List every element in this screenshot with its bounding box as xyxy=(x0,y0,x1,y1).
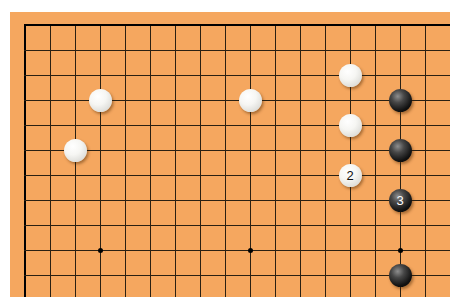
white-stone[interactable] xyxy=(239,89,262,112)
page-background: 23 xyxy=(0,0,450,300)
star-point xyxy=(98,248,103,253)
grid-line-vertical xyxy=(275,24,276,297)
grid-line-horizontal xyxy=(24,275,450,276)
white-stone[interactable] xyxy=(64,139,87,162)
stone-move-number: 3 xyxy=(396,194,403,207)
go-board[interactable]: 23 xyxy=(10,12,450,297)
grid-line-vertical xyxy=(150,24,151,297)
black-stone[interactable] xyxy=(389,264,412,287)
grid-line-vertical xyxy=(175,24,176,297)
white-stone[interactable] xyxy=(339,114,362,137)
grid-line-horizontal xyxy=(24,75,450,76)
grid-line-vertical xyxy=(200,24,201,297)
grid-line-vertical xyxy=(225,24,226,297)
grid-line-vertical xyxy=(125,24,126,297)
white-stone[interactable] xyxy=(339,64,362,87)
grid-line-horizontal xyxy=(24,250,450,251)
grid-line-horizontal xyxy=(24,200,450,201)
white-stone[interactable] xyxy=(89,89,112,112)
board-edge-line-vertical xyxy=(24,24,26,297)
grid-line-horizontal xyxy=(24,175,450,176)
black-stone[interactable] xyxy=(389,139,412,162)
stone-move-number: 2 xyxy=(346,169,353,182)
grid-line-horizontal xyxy=(24,125,450,126)
grid-line-vertical xyxy=(100,24,101,297)
grid-line-vertical xyxy=(325,24,326,297)
grid-line-vertical xyxy=(50,24,51,297)
grid-line-vertical xyxy=(425,24,426,297)
black-stone[interactable] xyxy=(389,89,412,112)
grid-line-horizontal xyxy=(24,100,450,101)
black-stone[interactable]: 3 xyxy=(389,189,412,212)
white-stone[interactable]: 2 xyxy=(339,164,362,187)
grid-line-vertical xyxy=(300,24,301,297)
star-point xyxy=(398,248,403,253)
grid-line-vertical xyxy=(375,24,376,297)
grid-line-horizontal xyxy=(24,50,450,51)
star-point xyxy=(248,248,253,253)
grid-line-horizontal xyxy=(24,225,450,226)
board-edge-line-horizontal xyxy=(24,24,450,26)
grid-line-horizontal xyxy=(24,150,450,151)
grid-line-vertical xyxy=(250,24,251,297)
